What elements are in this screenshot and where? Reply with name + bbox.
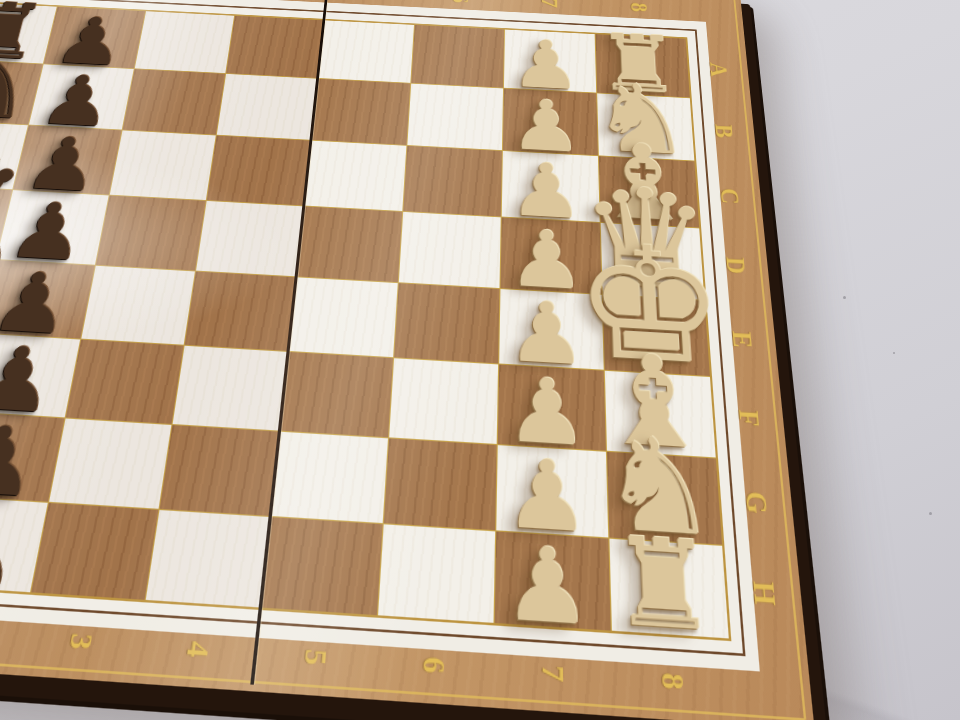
square-H6 bbox=[378, 524, 495, 623]
square-C5 bbox=[305, 141, 406, 211]
square-D6 bbox=[398, 212, 500, 287]
square-G5 bbox=[271, 431, 387, 522]
square-G4 bbox=[160, 425, 279, 516]
square-B8 bbox=[597, 94, 694, 161]
square-B4 bbox=[217, 74, 317, 140]
square-E2 bbox=[0, 260, 95, 339]
dust-speck bbox=[843, 296, 846, 299]
square-C8 bbox=[599, 156, 699, 227]
square-H8 bbox=[609, 539, 729, 639]
square-H5 bbox=[262, 517, 383, 615]
square-D7 bbox=[500, 218, 601, 294]
square-E3 bbox=[82, 265, 196, 344]
square-B6 bbox=[407, 84, 503, 151]
square-A7 bbox=[504, 30, 596, 93]
dust-speck bbox=[893, 352, 895, 354]
square-E6 bbox=[394, 283, 499, 363]
square-E4 bbox=[185, 271, 296, 350]
square-C7 bbox=[501, 151, 599, 222]
square-F4 bbox=[173, 345, 288, 430]
square-D4 bbox=[197, 201, 304, 276]
square-E8 bbox=[603, 294, 710, 375]
dust-speck bbox=[929, 512, 932, 515]
chess-board: ♜♞♝♛♚♝♞♜♟♟♟♟♟♟♟♟♟♟♟♟♟♟♟♟♜♞♝♛♚♝♞♜ 1122334… bbox=[0, 0, 815, 720]
square-D2 bbox=[0, 190, 109, 264]
square-H3 bbox=[31, 503, 158, 600]
square-E7 bbox=[499, 289, 604, 370]
square-G7 bbox=[496, 445, 608, 537]
square-G6 bbox=[383, 438, 496, 530]
square-C2 bbox=[13, 126, 121, 195]
square-G8 bbox=[607, 452, 722, 545]
square-E5 bbox=[289, 277, 397, 357]
square-C6 bbox=[403, 146, 502, 217]
square-B3 bbox=[123, 69, 226, 135]
square-A6 bbox=[411, 25, 504, 88]
square-B7 bbox=[503, 89, 598, 156]
square-H4 bbox=[146, 510, 270, 608]
square-A5 bbox=[319, 20, 414, 83]
square-A4 bbox=[227, 16, 324, 78]
square-F6 bbox=[389, 358, 498, 444]
square-D3 bbox=[96, 196, 206, 270]
square-D8 bbox=[601, 223, 705, 299]
photo-scene: ♜♞♝♛♚♝♞♜♟♟♟♟♟♟♟♟♟♟♟♟♟♟♟♟♜♞♝♛♚♝♞♜ 1122334… bbox=[0, 0, 960, 720]
board-squares-grid bbox=[0, 2, 729, 638]
square-F8 bbox=[605, 370, 716, 457]
square-G3 bbox=[49, 418, 171, 508]
square-C3 bbox=[110, 131, 216, 201]
square-A8 bbox=[595, 34, 689, 97]
square-H7 bbox=[494, 531, 610, 630]
square-B5 bbox=[312, 79, 410, 145]
square-F7 bbox=[498, 364, 606, 450]
square-D5 bbox=[297, 207, 402, 282]
square-F5 bbox=[281, 352, 393, 437]
square-A3 bbox=[135, 11, 234, 73]
square-F3 bbox=[66, 339, 184, 423]
square-A2 bbox=[44, 7, 146, 69]
square-B2 bbox=[29, 64, 134, 129]
square-C4 bbox=[207, 136, 311, 206]
